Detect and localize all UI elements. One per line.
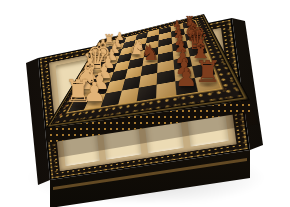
- black-pawn-a7: ♟: [175, 65, 198, 90]
- black-knight-d5: ♞: [141, 41, 160, 62]
- pieces-layer: ♜♞♝♛♚♝♜♟♟♟♟♟♟♟♟♞♜♝♛♚♝♞♜♟♟♟♟♟♟♟♟♞: [0, 0, 290, 207]
- black-rook-a8: ♜: [194, 57, 221, 87]
- white-rook-a1: ♜: [64, 77, 92, 108]
- chess-set-product-photo: Tilted black and gold wooden chessboard …: [0, 0, 290, 207]
